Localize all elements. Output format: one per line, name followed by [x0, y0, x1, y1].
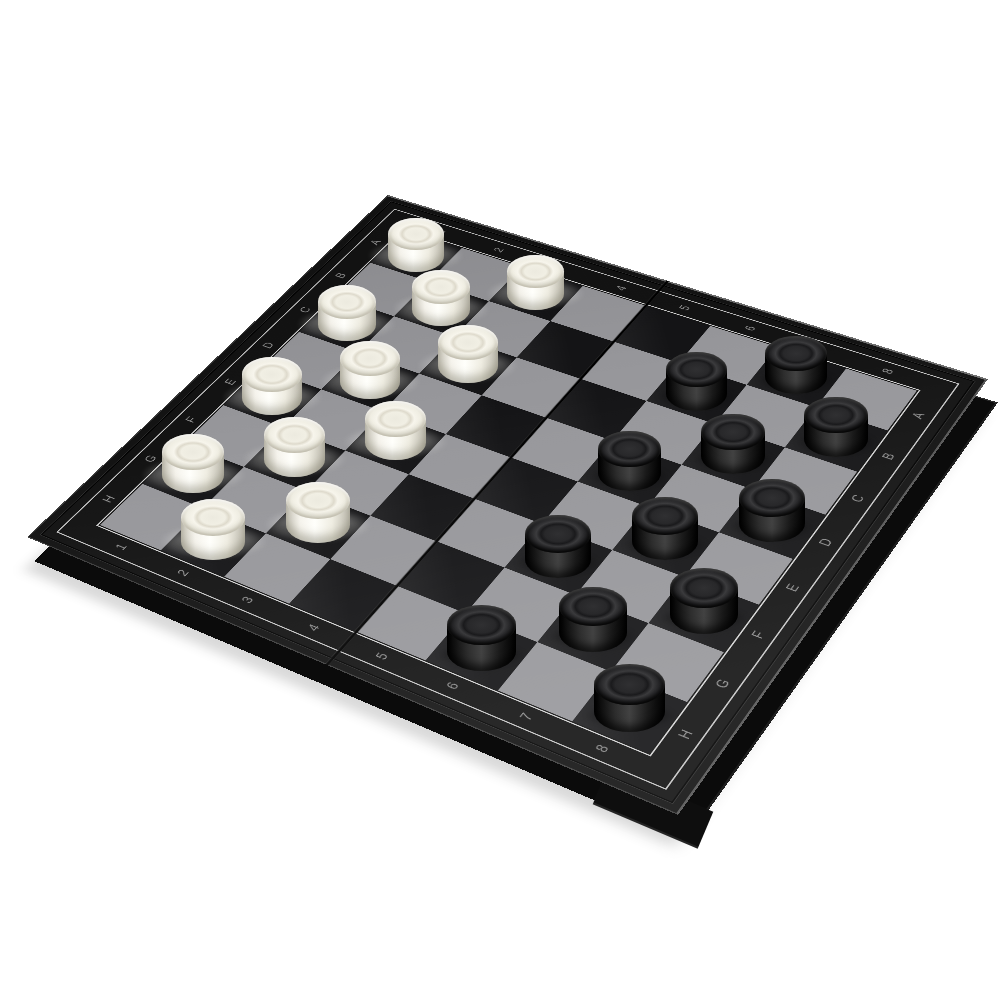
checker-black-h6[interactable] — [447, 605, 515, 670]
checker-black-d8[interactable] — [739, 479, 805, 542]
product-photo-scene: HH11GG22FF33EE44DD55CC66BB77AA88 — [0, 0, 1000, 1000]
checker-black-b6[interactable] — [666, 352, 727, 411]
checker-white-b2[interactable] — [412, 270, 470, 326]
checker-black-f6[interactable] — [525, 515, 591, 578]
piece-top — [162, 434, 224, 470]
checker-white-e3[interactable] — [365, 401, 427, 460]
checker-white-c1[interactable] — [318, 285, 376, 341]
piece-top — [438, 325, 498, 360]
piece-top — [412, 270, 470, 304]
checker-black-e7[interactable] — [632, 497, 698, 560]
piece-top — [594, 664, 665, 705]
piece-top — [318, 285, 376, 319]
checker-white-g3[interactable] — [286, 482, 350, 543]
checker-white-h2[interactable] — [181, 499, 245, 560]
checker-white-c3[interactable] — [438, 325, 498, 382]
checker-black-d6[interactable] — [598, 431, 662, 492]
piece-top — [447, 605, 515, 645]
checker-black-g7[interactable] — [559, 587, 627, 652]
piece-top — [365, 401, 427, 437]
checker-white-d2[interactable] — [340, 341, 400, 398]
piece-top — [632, 497, 698, 535]
pieces-layer — [0, 0, 1000, 1000]
checker-black-h8[interactable] — [594, 664, 665, 732]
checker-white-a1[interactable] — [388, 218, 444, 272]
piece-top — [804, 397, 867, 434]
piece-top — [559, 587, 627, 627]
checker-black-b8[interactable] — [804, 397, 867, 458]
checker-black-f8[interactable] — [670, 568, 738, 633]
checker-white-a3[interactable] — [507, 255, 565, 310]
piece-top — [340, 341, 400, 376]
piece-top — [525, 515, 591, 553]
checker-black-a7[interactable] — [765, 336, 826, 395]
piece-top — [286, 482, 350, 519]
piece-top — [666, 352, 727, 388]
piece-top — [701, 414, 764, 451]
checker-white-g1[interactable] — [162, 434, 224, 493]
checker-white-f2[interactable] — [264, 417, 326, 476]
checker-white-e1[interactable] — [242, 357, 302, 414]
piece-top — [670, 568, 738, 607]
piece-top — [181, 499, 245, 536]
piece-top — [242, 357, 302, 392]
checker-black-c7[interactable] — [701, 414, 764, 475]
piece-top — [765, 336, 826, 372]
